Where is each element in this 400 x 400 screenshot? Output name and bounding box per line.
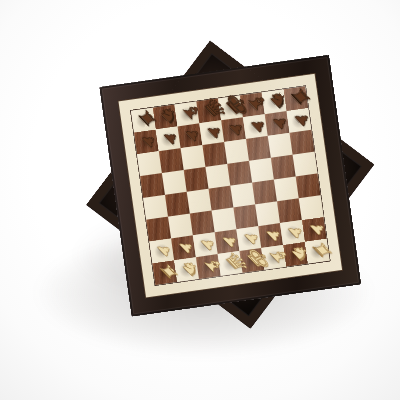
- black-pawn[interactable]: ♟: [291, 110, 315, 130]
- square-g3[interactable]: [277, 198, 302, 223]
- square-g5[interactable]: [271, 155, 296, 180]
- square-f6[interactable]: [246, 136, 271, 161]
- square-h2[interactable]: ♟: [302, 217, 327, 242]
- square-d5[interactable]: [205, 164, 230, 189]
- square-g4[interactable]: [274, 176, 299, 201]
- square-h3[interactable]: [299, 195, 324, 220]
- square-a8[interactable]: ♜: [131, 108, 156, 133]
- square-d7[interactable]: ♟: [199, 120, 224, 145]
- square-g7[interactable]: ♟: [265, 111, 290, 136]
- square-a1[interactable]: ♜: [152, 260, 177, 285]
- square-a3[interactable]: [146, 217, 171, 242]
- square-g6[interactable]: [268, 133, 293, 158]
- square-f4[interactable]: [252, 180, 277, 205]
- square-e7[interactable]: ♟: [221, 117, 246, 142]
- square-c6[interactable]: [181, 145, 206, 170]
- square-h5[interactable]: [293, 152, 318, 177]
- square-h7[interactable]: ♟: [286, 108, 311, 133]
- square-b7[interactable]: ♟: [156, 126, 181, 151]
- square-c3[interactable]: [190, 210, 215, 235]
- square-c4[interactable]: [187, 189, 212, 214]
- square-h6[interactable]: [290, 130, 315, 155]
- square-e6[interactable]: [224, 139, 249, 164]
- square-f3[interactable]: [255, 201, 280, 226]
- square-a2[interactable]: ♟: [149, 238, 174, 263]
- square-f5[interactable]: [249, 158, 274, 183]
- square-d4[interactable]: [209, 186, 234, 211]
- square-h4[interactable]: [296, 173, 321, 198]
- board-border-inlay: ♜♞♝♛♚♝♞♜♟♟♟♟♟♟♟♟♟♟♟♟♟♟♟♟♜♞♝♛♚♝♞♜: [117, 73, 343, 299]
- chess-set-scene: ♜♞♝♛♚♝♞♜♟♟♟♟♟♟♟♟♟♟♟♟♟♟♟♟♜♞♝♛♚♝♞♜: [0, 0, 400, 400]
- square-b2[interactable]: ♟: [171, 235, 196, 260]
- square-e5[interactable]: [227, 161, 252, 186]
- square-b3[interactable]: [168, 214, 193, 239]
- square-e4[interactable]: [230, 183, 255, 208]
- square-b5[interactable]: [162, 170, 187, 195]
- camera-view: ♜♞♝♛♚♝♞♜♟♟♟♟♟♟♟♟♟♟♟♟♟♟♟♟♜♞♝♛♚♝♞♜: [0, 0, 400, 400]
- board-grid: ♜♞♝♛♚♝♞♜♟♟♟♟♟♟♟♟♟♟♟♟♟♟♟♟♜♞♝♛♚♝♞♜: [131, 86, 330, 285]
- square-f7[interactable]: ♟: [243, 114, 268, 139]
- square-a7[interactable]: ♟: [134, 129, 159, 154]
- square-d3[interactable]: [212, 207, 237, 232]
- square-a5[interactable]: [140, 173, 165, 198]
- board-frame: ♜♞♝♛♚♝♞♜♟♟♟♟♟♟♟♟♟♟♟♟♟♟♟♟♜♞♝♛♚♝♞♜: [99, 55, 361, 317]
- square-d6[interactable]: [202, 142, 227, 167]
- square-a4[interactable]: [143, 195, 168, 220]
- square-a6[interactable]: [137, 151, 162, 176]
- square-c7[interactable]: ♟: [178, 123, 203, 148]
- square-b4[interactable]: [165, 192, 190, 217]
- white-pawn[interactable]: ♟: [306, 220, 330, 239]
- square-b6[interactable]: [159, 148, 184, 173]
- square-c5[interactable]: [184, 167, 209, 192]
- square-e3[interactable]: [233, 204, 258, 229]
